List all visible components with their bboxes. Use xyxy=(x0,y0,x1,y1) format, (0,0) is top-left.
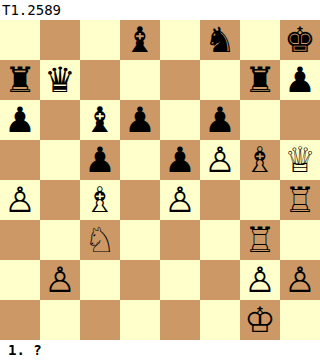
piece-black-pawn: ♟ xyxy=(164,140,195,180)
square-a4[interactable]: ♙ xyxy=(0,180,40,220)
square-e3[interactable] xyxy=(160,220,200,260)
piece-white-bishop: ♗ xyxy=(244,140,275,180)
square-c2[interactable] xyxy=(80,260,120,300)
square-b3[interactable] xyxy=(40,220,80,260)
square-d6[interactable]: ♟ xyxy=(120,100,160,140)
piece-white-pawn: ♙ xyxy=(164,180,195,220)
piece-white-pawn: ♙ xyxy=(244,260,275,300)
piece-black-bishop: ♝ xyxy=(124,20,155,60)
square-e4[interactable]: ♙ xyxy=(160,180,200,220)
square-f3[interactable] xyxy=(200,220,240,260)
square-a2[interactable] xyxy=(0,260,40,300)
piece-white-bishop: ♗ xyxy=(84,180,115,220)
square-h2[interactable]: ♙ xyxy=(280,260,320,300)
square-h5[interactable]: ♕ xyxy=(280,140,320,180)
square-b4[interactable] xyxy=(40,180,80,220)
square-d2[interactable] xyxy=(120,260,160,300)
square-g8[interactable] xyxy=(240,20,280,60)
square-g1[interactable]: ♔ xyxy=(240,300,280,340)
square-e5[interactable]: ♟ xyxy=(160,140,200,180)
piece-white-knight: ♘ xyxy=(84,220,115,260)
square-f2[interactable] xyxy=(200,260,240,300)
square-a3[interactable] xyxy=(0,220,40,260)
piece-black-rook: ♜ xyxy=(244,60,275,100)
square-b8[interactable] xyxy=(40,20,80,60)
square-f5[interactable]: ♙ xyxy=(200,140,240,180)
square-c3[interactable]: ♘ xyxy=(80,220,120,260)
puzzle-title-bar: T1.2589 xyxy=(0,0,320,20)
piece-black-pawn: ♟ xyxy=(204,100,235,140)
square-a1[interactable] xyxy=(0,300,40,340)
piece-white-queen: ♕ xyxy=(284,140,315,180)
square-e1[interactable] xyxy=(160,300,200,340)
square-f6[interactable]: ♟ xyxy=(200,100,240,140)
square-g2[interactable]: ♙ xyxy=(240,260,280,300)
move-prompt-bar: 1. ? xyxy=(0,340,320,360)
square-b2[interactable]: ♙ xyxy=(40,260,80,300)
square-g6[interactable] xyxy=(240,100,280,140)
square-d1[interactable] xyxy=(120,300,160,340)
square-c4[interactable]: ♗ xyxy=(80,180,120,220)
square-h3[interactable] xyxy=(280,220,320,260)
square-e7[interactable] xyxy=(160,60,200,100)
piece-black-queen: ♛ xyxy=(44,60,75,100)
square-g5[interactable]: ♗ xyxy=(240,140,280,180)
piece-white-pawn: ♙ xyxy=(204,140,235,180)
square-c6[interactable]: ♝ xyxy=(80,100,120,140)
piece-white-pawn: ♙ xyxy=(284,260,315,300)
puzzle-id: T1.2589 xyxy=(2,2,61,18)
square-g3[interactable]: ♖ xyxy=(240,220,280,260)
square-c8[interactable] xyxy=(80,20,120,60)
piece-black-pawn: ♟ xyxy=(124,100,155,140)
piece-black-knight: ♞ xyxy=(204,20,235,60)
square-b7[interactable]: ♛ xyxy=(40,60,80,100)
square-e6[interactable] xyxy=(160,100,200,140)
square-h4[interactable]: ♖ xyxy=(280,180,320,220)
move-prompt: 1. ? xyxy=(8,342,42,358)
piece-black-pawn: ♟ xyxy=(84,140,115,180)
chess-board: ♝♞♚♜♛♜♟♟♝♟♟♟♟♙♗♕♙♗♙♖♘♖♙♙♙♔ xyxy=(0,20,320,340)
square-d5[interactable] xyxy=(120,140,160,180)
square-f8[interactable]: ♞ xyxy=(200,20,240,60)
square-f4[interactable] xyxy=(200,180,240,220)
square-h7[interactable]: ♟ xyxy=(280,60,320,100)
square-f7[interactable] xyxy=(200,60,240,100)
square-b1[interactable] xyxy=(40,300,80,340)
square-h8[interactable]: ♚ xyxy=(280,20,320,60)
square-h1[interactable] xyxy=(280,300,320,340)
square-e2[interactable] xyxy=(160,260,200,300)
piece-white-rook: ♖ xyxy=(244,220,275,260)
square-d8[interactable]: ♝ xyxy=(120,20,160,60)
square-b6[interactable] xyxy=(40,100,80,140)
piece-black-pawn: ♟ xyxy=(4,100,35,140)
square-d3[interactable] xyxy=(120,220,160,260)
piece-black-rook: ♜ xyxy=(4,60,35,100)
piece-black-pawn: ♟ xyxy=(284,60,315,100)
piece-white-king: ♔ xyxy=(244,300,275,340)
square-d4[interactable] xyxy=(120,180,160,220)
square-a6[interactable]: ♟ xyxy=(0,100,40,140)
square-a5[interactable] xyxy=(0,140,40,180)
square-f1[interactable] xyxy=(200,300,240,340)
square-a7[interactable]: ♜ xyxy=(0,60,40,100)
square-a8[interactable] xyxy=(0,20,40,60)
square-c7[interactable] xyxy=(80,60,120,100)
square-d7[interactable] xyxy=(120,60,160,100)
square-g4[interactable] xyxy=(240,180,280,220)
piece-white-pawn: ♙ xyxy=(44,260,75,300)
square-e8[interactable] xyxy=(160,20,200,60)
square-h6[interactable] xyxy=(280,100,320,140)
piece-black-bishop: ♝ xyxy=(84,100,115,140)
piece-white-rook: ♖ xyxy=(284,180,315,220)
square-c1[interactable] xyxy=(80,300,120,340)
square-b5[interactable] xyxy=(40,140,80,180)
piece-white-pawn: ♙ xyxy=(4,180,35,220)
square-g7[interactable]: ♜ xyxy=(240,60,280,100)
square-c5[interactable]: ♟ xyxy=(80,140,120,180)
piece-black-king: ♚ xyxy=(284,20,315,60)
